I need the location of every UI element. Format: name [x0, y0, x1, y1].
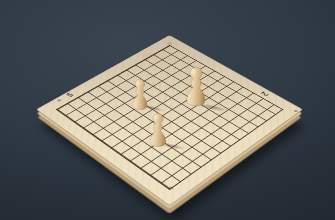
- maker-stamp-left: ✽: [56, 99, 61, 102]
- maker-stamp-right: ✽: [292, 109, 298, 112]
- margin-number-left: 5: [65, 92, 75, 98]
- maker-stamp-bottom: ✽: [167, 186, 173, 189]
- pawn-medium[interactable]: [146, 111, 170, 149]
- photo-scene: 5 2 ✽ ✽ ✽: [0, 0, 335, 220]
- margin-number-right: 2: [259, 90, 269, 96]
- pawn-large[interactable]: [182, 62, 210, 111]
- pawn-small[interactable]: [129, 78, 151, 111]
